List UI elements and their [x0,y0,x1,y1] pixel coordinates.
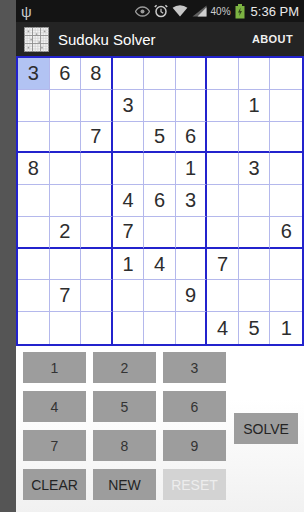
battery-charging-icon [235,4,245,19]
key-button-3[interactable]: 3 [163,352,226,383]
sudoku-cell-r1c1[interactable]: 3 [18,58,50,90]
key-button-4[interactable]: 4 [23,391,86,422]
sudoku-cell-r1c8[interactable] [239,58,271,90]
sudoku-cell-r7c5[interactable]: 4 [144,249,176,281]
status-bar: ψ 40% 5:3 [16,0,304,22]
key-button-9[interactable]: 9 [163,430,226,461]
sudoku-cell-r8c7[interactable] [207,280,239,312]
sudoku-cell-r1c6[interactable] [176,58,208,90]
sudoku-cell-r3c6[interactable]: 6 [176,122,208,154]
sudoku-cell-r2c6[interactable] [176,90,208,122]
sudoku-cell-r3c4[interactable] [113,122,145,154]
sudoku-cell-r3c9[interactable] [270,122,302,154]
key-button-2[interactable]: 2 [93,352,156,383]
usb-icon: ψ [21,4,32,19]
sudoku-cell-r7c4[interactable]: 1 [113,249,145,281]
key-button-8[interactable]: 8 [93,430,156,461]
sudoku-cell-r3c2[interactable] [50,122,82,154]
sudoku-cell-r9c4[interactable] [113,312,145,344]
sudoku-cell-r9c8[interactable]: 5 [239,312,271,344]
sudoku-cell-r2c3[interactable] [81,90,113,122]
sudoku-cell-r3c3[interactable]: 7 [81,122,113,154]
sudoku-cell-r6c4[interactable]: 7 [113,217,145,249]
sudoku-cell-r1c5[interactable] [144,58,176,90]
sudoku-cell-r8c6[interactable]: 9 [176,280,208,312]
sudoku-cell-r2c8[interactable]: 1 [239,90,271,122]
sudoku-cell-r6c7[interactable] [207,217,239,249]
solve-button[interactable]: SOLVE [234,413,298,444]
sudoku-cell-r6c3[interactable] [81,217,113,249]
sudoku-cell-r1c7[interactable] [207,58,239,90]
sudoku-cell-r7c6[interactable] [176,249,208,281]
sudoku-cell-r7c9[interactable] [270,249,302,281]
sudoku-cell-r5c4[interactable]: 4 [113,185,145,217]
sudoku-cell-r4c9[interactable] [270,153,302,185]
sudoku-cell-r8c4[interactable] [113,280,145,312]
sudoku-cell-r5c9[interactable] [270,185,302,217]
sudoku-cell-r8c1[interactable] [18,280,50,312]
sudoku-cell-r5c7[interactable] [207,185,239,217]
clear-button[interactable]: CLEAR [23,469,86,500]
alarm-icon [154,4,168,18]
sudoku-cell-r8c9[interactable] [270,280,302,312]
sudoku-cell-r7c1[interactable] [18,249,50,281]
sudoku-cell-r8c2[interactable]: 7 [50,280,82,312]
sudoku-cell-r5c5[interactable]: 6 [144,185,176,217]
sudoku-cell-r3c7[interactable] [207,122,239,154]
app-bar: Sudoku Solver ABOUT [16,22,304,56]
key-button-6[interactable]: 6 [163,391,226,422]
sudoku-cell-r2c5[interactable] [144,90,176,122]
sudoku-cell-r4c1[interactable]: 8 [18,153,50,185]
sudoku-cell-r5c2[interactable] [50,185,82,217]
sudoku-cell-r3c8[interactable] [239,122,271,154]
page-title: Sudoku Solver [58,31,156,48]
about-menu-item[interactable]: ABOUT [249,33,296,45]
sudoku-cell-r7c8[interactable] [239,249,271,281]
sudoku-cell-r6c1[interactable] [18,217,50,249]
sudoku-cell-r2c9[interactable] [270,90,302,122]
sudoku-cell-r3c5[interactable]: 5 [144,122,176,154]
key-button-7[interactable]: 7 [23,430,86,461]
sudoku-cell-r2c1[interactable] [18,90,50,122]
signal-icon [192,5,207,17]
key-button-5[interactable]: 5 [93,391,156,422]
sudoku-cell-r2c4[interactable]: 3 [113,90,145,122]
sudoku-cell-r7c3[interactable] [81,249,113,281]
reset-button[interactable]: RESET [163,469,226,500]
sudoku-cell-r9c3[interactable] [81,312,113,344]
number-keypad: 1 2 3 4 5 6 7 8 9 CLEAR NEW RESET [23,352,226,500]
sudoku-cell-r9c7[interactable]: 4 [207,312,239,344]
sudoku-cell-r5c8[interactable] [239,185,271,217]
sudoku-cell-r9c6[interactable] [176,312,208,344]
sudoku-cell-r6c6[interactable] [176,217,208,249]
sudoku-cell-r4c7[interactable] [207,153,239,185]
sudoku-cell-r4c4[interactable] [113,153,145,185]
sudoku-cell-r9c1[interactable] [18,312,50,344]
sudoku-cell-r1c3[interactable]: 8 [81,58,113,90]
sudoku-cell-r7c2[interactable] [50,249,82,281]
sudoku-cell-r2c2[interactable] [50,90,82,122]
sudoku-cell-r9c5[interactable] [144,312,176,344]
sudoku-cell-r4c2[interactable] [50,153,82,185]
sudoku-cell-r4c3[interactable] [81,153,113,185]
sudoku-cell-r8c3[interactable] [81,280,113,312]
battery-percent: 40% [211,6,231,17]
eye-icon [135,6,150,17]
sudoku-cell-r4c5[interactable] [144,153,176,185]
key-button-1[interactable]: 1 [23,352,86,383]
sudoku-solver-app: ψ 40% 5:3 [16,0,304,512]
sudoku-cell-r6c5[interactable] [144,217,176,249]
sudoku-cell-r5c6[interactable]: 3 [176,185,208,217]
sudoku-cell-r8c5[interactable] [144,280,176,312]
sudoku-cell-r9c9[interactable]: 1 [270,312,302,344]
sudoku-cell-r6c8[interactable] [239,217,271,249]
sudoku-cell-r5c3[interactable] [81,185,113,217]
sudoku-cell-r6c9[interactable]: 6 [270,217,302,249]
sudoku-cell-r6c2[interactable]: 2 [50,217,82,249]
sudoku-cell-r8c8[interactable] [239,280,271,312]
sudoku-cell-r9c2[interactable] [50,312,82,344]
sudoku-cell-r4c6[interactable]: 1 [176,153,208,185]
sudoku-board: 3683175681346327614779451 [16,56,304,346]
sudoku-cell-r3c1[interactable] [18,122,50,154]
status-time: 5:36 PM [251,4,299,19]
sudoku-cell-r1c2[interactable]: 6 [50,58,82,90]
sudoku-cell-r4c8[interactable]: 3 [239,153,271,185]
sudoku-cell-r7c7[interactable]: 7 [207,249,239,281]
sudoku-cell-r5c1[interactable] [18,185,50,217]
sudoku-cell-r1c4[interactable] [113,58,145,90]
new-button[interactable]: NEW [93,469,156,500]
sudoku-cell-r2c7[interactable] [207,90,239,122]
sudoku-grid-icon [24,27,49,52]
wifi-icon [172,5,188,17]
sudoku-cell-r1c9[interactable] [270,58,302,90]
